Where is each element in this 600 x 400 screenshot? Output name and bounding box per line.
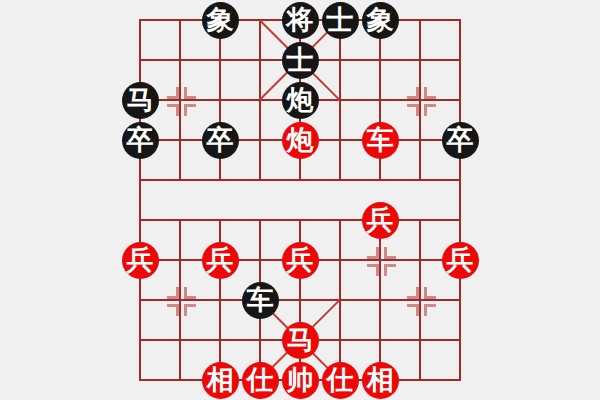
- xiangqi-board: 象将士象士马炮卒卒炮车卒兵兵兵兵兵车马相仕帅仕相: [0, 0, 600, 400]
- piece-black-horse[interactable]: 马: [122, 82, 159, 119]
- board-vertical-line: [179, 219, 181, 381]
- piece-red-horse[interactable]: 马: [282, 322, 319, 359]
- piece-red-chariot[interactable]: 车: [362, 122, 399, 159]
- board-vertical-line: [419, 219, 421, 381]
- point-marker: [424, 304, 436, 316]
- point-marker: [184, 87, 196, 99]
- piece-black-cannon[interactable]: 炮: [282, 82, 319, 119]
- piece-red-soldier[interactable]: 兵: [202, 242, 239, 279]
- board-vertical-line: [419, 19, 421, 181]
- piece-black-elephant[interactable]: 象: [362, 2, 399, 39]
- point-marker: [184, 287, 196, 299]
- point-marker: [424, 104, 436, 116]
- point-marker: [184, 304, 196, 316]
- piece-red-elephant[interactable]: 相: [362, 362, 399, 399]
- point-marker: [407, 87, 419, 99]
- piece-red-advisor[interactable]: 仕: [322, 362, 359, 399]
- point-marker: [167, 87, 179, 99]
- piece-black-advisor[interactable]: 士: [322, 2, 359, 39]
- piece-red-general[interactable]: 帅: [282, 362, 319, 399]
- piece-black-general[interactable]: 将: [282, 2, 319, 39]
- point-marker: [184, 104, 196, 116]
- point-marker: [424, 87, 436, 99]
- point-marker: [407, 304, 419, 316]
- piece-red-cannon[interactable]: 炮: [282, 122, 319, 159]
- piece-black-soldier[interactable]: 卒: [442, 122, 479, 159]
- board-vertical-line: [179, 19, 181, 181]
- xiangqi-app: 象将士象士马炮卒卒炮车卒兵兵兵兵兵车马相仕帅仕相: [0, 0, 600, 400]
- point-marker: [424, 287, 436, 299]
- piece-red-soldier[interactable]: 兵: [122, 242, 159, 279]
- point-marker: [384, 247, 396, 259]
- point-marker: [407, 104, 419, 116]
- point-marker: [367, 264, 379, 276]
- point-marker: [367, 247, 379, 259]
- point-marker: [167, 287, 179, 299]
- point-marker: [407, 287, 419, 299]
- piece-black-soldier[interactable]: 卒: [122, 122, 159, 159]
- piece-black-soldier[interactable]: 卒: [202, 122, 239, 159]
- piece-red-elephant[interactable]: 相: [202, 362, 239, 399]
- piece-black-chariot[interactable]: 车: [242, 282, 279, 319]
- board-vertical-line: [379, 219, 381, 381]
- piece-black-elephant[interactable]: 象: [202, 2, 239, 39]
- board-vertical-line: [459, 19, 461, 381]
- point-marker: [167, 304, 179, 316]
- board-vertical-line: [139, 19, 141, 381]
- piece-red-soldier[interactable]: 兵: [282, 242, 319, 279]
- point-marker: [384, 264, 396, 276]
- piece-red-advisor[interactable]: 仕: [242, 362, 279, 399]
- piece-black-advisor[interactable]: 士: [282, 42, 319, 79]
- piece-red-soldier[interactable]: 兵: [362, 202, 399, 239]
- piece-red-soldier[interactable]: 兵: [442, 242, 479, 279]
- point-marker: [167, 104, 179, 116]
